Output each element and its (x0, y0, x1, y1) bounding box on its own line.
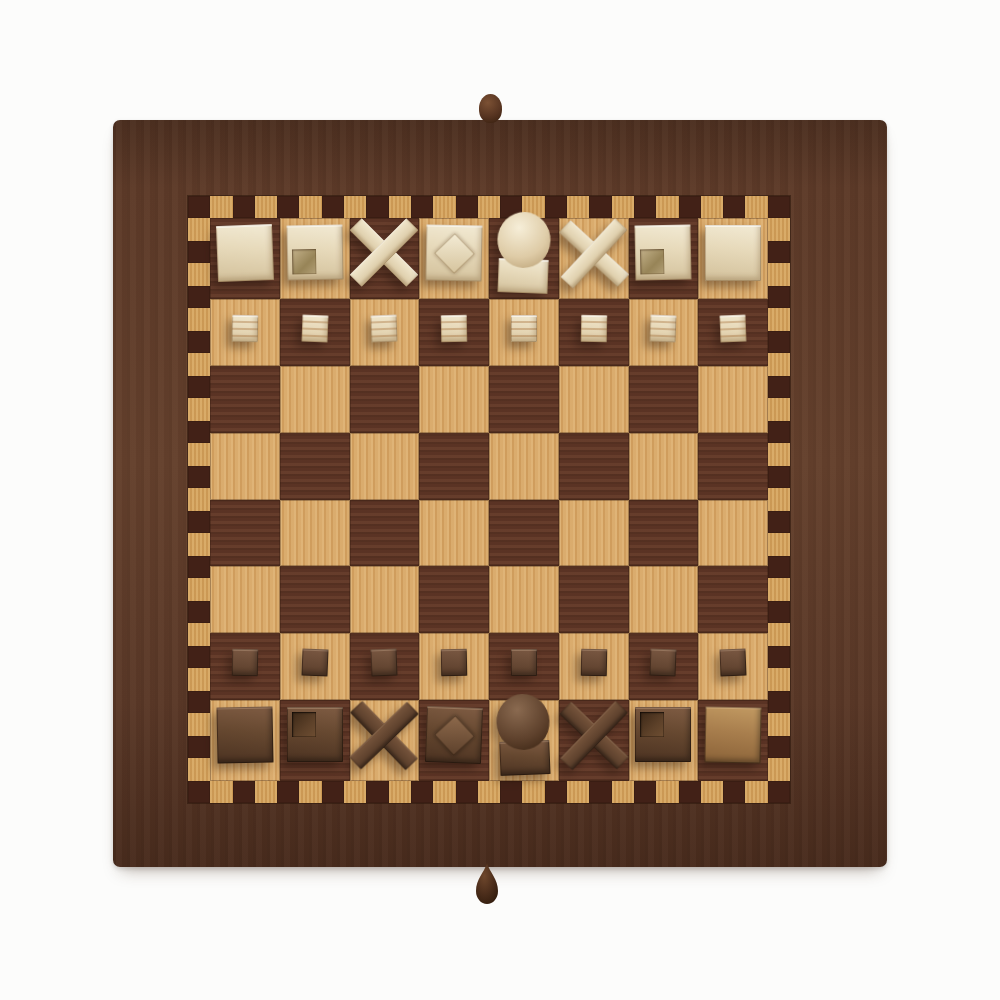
square-a8[interactable] (698, 700, 768, 781)
border-cell (188, 646, 210, 669)
knight-notch (640, 249, 664, 274)
border-cell (656, 196, 678, 218)
piece-white-pawn-c2[interactable] (580, 315, 607, 342)
checkered-border-right (768, 218, 790, 781)
border-cell (567, 196, 589, 218)
square-a5[interactable] (698, 500, 768, 567)
piece-black-pawn-h7[interactable] (232, 649, 259, 676)
border-cell (768, 556, 790, 579)
piece-black-pawn-d7[interactable] (511, 649, 537, 676)
square-a1[interactable] (698, 218, 768, 299)
queen-shape (496, 693, 552, 776)
border-cell (589, 196, 611, 218)
border-cell (255, 781, 277, 803)
border-cell (478, 196, 500, 218)
piece-black-bishop-f8[interactable] (353, 705, 416, 764)
square-c4[interactable] (559, 433, 629, 500)
square-e6[interactable] (419, 566, 489, 633)
border-cell (456, 781, 478, 803)
square-c3[interactable] (559, 366, 629, 433)
square-e1[interactable] (419, 218, 489, 299)
border-cell (188, 196, 210, 218)
pawn-cube-shape (580, 649, 607, 676)
border-cell (188, 511, 210, 534)
border-cell (188, 601, 210, 624)
square-d1[interactable] (489, 218, 559, 299)
bottom-drawer-pull-icon (472, 862, 502, 908)
king-diamond-top (434, 232, 475, 273)
pawn-cube-shape (371, 314, 398, 342)
piece-white-pawn-g2[interactable] (301, 314, 328, 342)
piece-white-king-e1[interactable] (426, 224, 483, 281)
piece-black-knight-b8[interactable] (635, 707, 691, 762)
border-cell (768, 286, 790, 309)
square-h3[interactable] (210, 366, 280, 433)
border-cell (679, 781, 701, 803)
square-d8[interactable] (489, 700, 559, 781)
border-cell (344, 196, 366, 218)
pawn-cube-shape (441, 315, 468, 342)
square-f8[interactable] (350, 700, 420, 781)
piece-white-knight-b1[interactable] (635, 224, 692, 280)
border-cell (612, 196, 634, 218)
checkered-border-bottom (188, 781, 790, 803)
knight-notch (292, 249, 316, 274)
border-cell (768, 466, 790, 489)
border-cell (567, 781, 589, 803)
piece-black-knight-g8[interactable] (287, 707, 343, 762)
square-b4[interactable] (629, 433, 699, 500)
pawn-cube-shape (720, 649, 747, 677)
border-cell (768, 668, 790, 691)
square-b3[interactable] (629, 366, 699, 433)
square-g4[interactable] (280, 433, 350, 500)
border-cell (389, 781, 411, 803)
square-b1[interactable] (629, 218, 699, 299)
border-cell (768, 218, 790, 241)
knight-notch (292, 712, 316, 737)
border-cell (768, 736, 790, 759)
border-cell (233, 781, 255, 803)
top-knob (479, 94, 502, 123)
square-b5[interactable] (629, 500, 699, 567)
border-cell (768, 511, 790, 534)
border-cell (634, 196, 656, 218)
border-cell (768, 488, 790, 511)
piece-black-pawn-g7[interactable] (301, 649, 328, 677)
square-f2[interactable] (350, 299, 420, 366)
piece-white-knight-g1[interactable] (286, 224, 343, 280)
square-b2[interactable] (629, 299, 699, 366)
border-cell (656, 781, 678, 803)
border-cell (433, 196, 455, 218)
border-cell (768, 376, 790, 399)
square-f6[interactable] (350, 566, 420, 633)
piece-black-pawn-c7[interactable] (580, 649, 607, 676)
border-cell (433, 781, 455, 803)
piece-white-rook-h1[interactable] (216, 223, 274, 281)
piece-black-pawn-a7[interactable] (720, 649, 747, 677)
border-cell (768, 623, 790, 646)
square-b8[interactable] (629, 700, 699, 781)
border-cell (768, 578, 790, 601)
square-f1[interactable] (350, 218, 420, 299)
photo-background (0, 0, 1000, 1000)
square-a7[interactable] (698, 633, 768, 700)
square-h1[interactable] (210, 218, 280, 299)
border-cell (299, 196, 321, 218)
border-cell (366, 781, 388, 803)
border-cell (188, 286, 210, 309)
piece-black-pawn-b7[interactable] (650, 649, 677, 677)
square-a6[interactable] (698, 566, 768, 633)
square-e8[interactable] (419, 700, 489, 781)
square-c7[interactable] (559, 633, 629, 700)
square-g8[interactable] (280, 700, 350, 781)
border-cell (745, 196, 767, 218)
border-cell (366, 196, 388, 218)
border-cell (188, 781, 210, 803)
border-cell (210, 781, 232, 803)
border-cell (277, 781, 299, 803)
border-cell (255, 196, 277, 218)
border-cell (701, 781, 723, 803)
border-cell (188, 736, 210, 759)
border-cell (768, 443, 790, 466)
square-g1[interactable] (280, 218, 350, 299)
knight-notched-cube-shape (286, 224, 343, 280)
border-cell (188, 241, 210, 264)
border-cell (768, 601, 790, 624)
border-cell (188, 308, 210, 331)
square-d2[interactable] (489, 299, 559, 366)
border-cell (701, 196, 723, 218)
border-cell (188, 488, 210, 511)
border-cell (768, 263, 790, 286)
square-e7[interactable] (419, 633, 489, 700)
pawn-cube-shape (511, 315, 537, 342)
border-cell (344, 781, 366, 803)
border-cell (322, 196, 344, 218)
pawn-cube-shape (650, 649, 677, 677)
square-h2[interactable] (210, 299, 280, 366)
checkered-border-top (188, 196, 790, 218)
checkered-border-left (188, 218, 210, 781)
border-cell (768, 781, 790, 803)
border-cell (188, 691, 210, 714)
square-c2[interactable] (559, 299, 629, 366)
pawn-cube-shape (511, 649, 537, 676)
square-d7[interactable] (489, 633, 559, 700)
piece-black-king-e8[interactable] (425, 705, 483, 763)
piece-white-pawn-e2[interactable] (441, 315, 468, 342)
border-cell (389, 196, 411, 218)
pawn-cube-shape (441, 649, 468, 676)
square-g3[interactable] (280, 366, 350, 433)
border-cell (233, 196, 255, 218)
border-cell (723, 196, 745, 218)
square-f3[interactable] (350, 366, 420, 433)
border-cell (745, 781, 767, 803)
border-cell (723, 781, 745, 803)
square-d3[interactable] (489, 366, 559, 433)
piece-black-queen-d8[interactable] (496, 693, 552, 776)
border-cell (679, 196, 701, 218)
rook-cube-shape (216, 706, 273, 763)
border-cell (768, 241, 790, 264)
piece-white-pawn-d2[interactable] (511, 315, 537, 342)
border-cell (768, 353, 790, 376)
square-e4[interactable] (419, 433, 489, 500)
square-h4[interactable] (210, 433, 280, 500)
border-cell (768, 533, 790, 556)
knight-notched-cube-shape (635, 224, 692, 280)
square-c5[interactable] (559, 500, 629, 567)
square-c6[interactable] (559, 566, 629, 633)
piece-white-pawn-h2[interactable] (232, 315, 259, 342)
border-cell (768, 308, 790, 331)
square-h5[interactable] (210, 500, 280, 567)
square-b6[interactable] (629, 566, 699, 633)
border-cell (768, 331, 790, 354)
pawn-cube-shape (301, 314, 328, 342)
bishop-x-shape (562, 705, 625, 764)
square-a3[interactable] (698, 366, 768, 433)
piece-black-rook-h8[interactable] (216, 706, 273, 763)
border-cell (612, 781, 634, 803)
border-cell (188, 668, 210, 691)
piece-black-pawn-e7[interactable] (441, 649, 468, 676)
bishop-x-shape (353, 224, 415, 282)
king-diamond-top (434, 714, 475, 755)
border-cell (188, 578, 210, 601)
border-cell (768, 398, 790, 421)
border-cell (500, 781, 522, 803)
border-cell (768, 646, 790, 669)
square-h6[interactable] (210, 566, 280, 633)
square-g6[interactable] (280, 566, 350, 633)
border-cell (188, 218, 210, 241)
border-cell (188, 556, 210, 579)
square-d6[interactable] (489, 566, 559, 633)
square-h8[interactable] (210, 700, 280, 781)
border-cell (768, 758, 790, 781)
border-cell (188, 533, 210, 556)
border-cell (768, 691, 790, 714)
pawn-cube-shape (301, 649, 328, 677)
border-cell (188, 758, 210, 781)
rook-cube-shape (216, 223, 274, 281)
border-cell (188, 623, 210, 646)
border-cell (277, 196, 299, 218)
border-cell (768, 196, 790, 218)
knight-notched-cube-shape (635, 707, 691, 762)
square-f4[interactable] (350, 433, 420, 500)
square-a2[interactable] (698, 299, 768, 366)
square-d5[interactable] (489, 500, 559, 567)
square-g7[interactable] (280, 633, 350, 700)
border-cell (188, 713, 210, 736)
pawn-cube-shape (371, 649, 398, 677)
square-e5[interactable] (419, 500, 489, 567)
knight-notch (640, 712, 664, 737)
pawn-cube-shape (232, 649, 259, 676)
square-e3[interactable] (419, 366, 489, 433)
border-cell (188, 353, 210, 376)
border-cell (634, 781, 656, 803)
square-g2[interactable] (280, 299, 350, 366)
border-cell (188, 398, 210, 421)
chess-board-frame (113, 120, 887, 867)
king-cube-shape (425, 705, 483, 763)
border-cell (545, 781, 567, 803)
square-e2[interactable] (419, 299, 489, 366)
border-cell (188, 421, 210, 444)
piece-black-rook-a8[interactable] (705, 706, 762, 763)
bishop-x-shape (353, 705, 416, 764)
border-cell (322, 781, 344, 803)
queen-shape (496, 211, 552, 294)
border-cell (522, 781, 544, 803)
border-cell (768, 421, 790, 444)
border-cell (188, 263, 210, 286)
piece-white-bishop-c1[interactable] (562, 222, 626, 282)
square-c8[interactable] (559, 700, 629, 781)
border-cell (210, 196, 232, 218)
rook-cube-shape (705, 706, 762, 763)
border-cell (188, 466, 210, 489)
knight-notched-cube-shape (287, 707, 343, 762)
pawn-cube-shape (720, 314, 747, 342)
square-g5[interactable] (280, 500, 350, 567)
square-b7[interactable] (629, 633, 699, 700)
border-cell (456, 196, 478, 218)
piece-black-bishop-c8[interactable] (562, 705, 625, 764)
piece-white-pawn-b2[interactable] (650, 314, 677, 342)
board-grid (210, 218, 768, 781)
square-c1[interactable] (559, 218, 629, 299)
border-cell (768, 713, 790, 736)
border-cell (188, 443, 210, 466)
square-f7[interactable] (350, 633, 420, 700)
square-d4[interactable] (489, 433, 559, 500)
square-a4[interactable] (698, 433, 768, 500)
border-cell (188, 331, 210, 354)
square-h7[interactable] (210, 633, 280, 700)
border-cell (589, 781, 611, 803)
pawn-cube-shape (232, 315, 259, 342)
piece-white-rook-a1[interactable] (705, 225, 761, 281)
pawn-cube-shape (580, 315, 607, 342)
square-f5[interactable] (350, 500, 420, 567)
rook-cube-shape (705, 225, 761, 281)
border-cell (299, 781, 321, 803)
bishop-x-shape (562, 222, 626, 282)
king-cube-shape (426, 224, 483, 281)
piece-black-pawn-f7[interactable] (371, 649, 398, 677)
piece-white-pawn-f2[interactable] (371, 314, 398, 342)
pawn-cube-shape (650, 314, 677, 342)
border-cell (478, 781, 500, 803)
checkered-inlay-border (188, 196, 790, 803)
piece-white-queen-d1[interactable] (496, 211, 552, 294)
piece-white-pawn-a2[interactable] (720, 314, 747, 342)
border-cell (411, 781, 433, 803)
piece-white-bishop-f1[interactable] (353, 224, 415, 282)
border-cell (411, 196, 433, 218)
border-cell (188, 376, 210, 399)
